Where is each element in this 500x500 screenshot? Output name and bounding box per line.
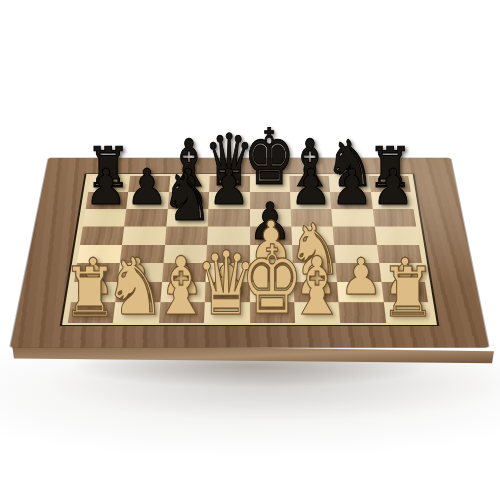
square-d8 (209, 176, 249, 192)
square-e6 (249, 209, 291, 226)
square-e4 (249, 244, 292, 263)
square-h6 (372, 209, 416, 226)
square-d5 (207, 226, 249, 244)
square-b7 (126, 192, 168, 209)
square-f6 (290, 209, 332, 226)
square-a1 (67, 302, 115, 323)
square-g2 (337, 282, 383, 302)
square-g4 (334, 244, 379, 263)
square-h8 (368, 176, 410, 192)
square-g8 (328, 176, 370, 192)
square-c3 (161, 263, 206, 282)
square-d7 (208, 192, 249, 209)
square-a7 (85, 192, 128, 209)
square-c8 (168, 176, 209, 192)
square-c5 (164, 226, 207, 244)
square-h5 (374, 226, 418, 244)
square-h7 (370, 192, 413, 209)
square-b6 (124, 209, 167, 226)
square-f5 (291, 226, 334, 244)
square-e2 (249, 282, 294, 302)
square-g1 (338, 302, 385, 323)
square-a2 (70, 282, 117, 302)
square-b2 (115, 282, 161, 302)
square-d6 (207, 209, 249, 226)
square-b3 (117, 263, 162, 282)
square-d1 (204, 302, 249, 323)
square-c4 (163, 244, 207, 263)
square-f8 (289, 176, 330, 192)
square-a3 (74, 263, 120, 282)
square-c2 (160, 282, 205, 302)
square-d2 (204, 282, 249, 302)
square-e7 (249, 192, 290, 209)
square-g6 (331, 209, 374, 226)
square-h1 (383, 302, 431, 323)
square-a8 (88, 176, 130, 192)
square-g3 (335, 263, 380, 282)
square-h4 (376, 244, 421, 263)
board-frame (10, 157, 489, 347)
square-c6 (166, 209, 208, 226)
square-b5 (122, 226, 166, 244)
square-f1 (294, 302, 340, 323)
board-border (59, 173, 439, 326)
chessboard-product-photo: ♜♝♛♚♝♞♜♟♟♟♟♟♟♟♞♟♟♞♟♟♟♟♟♟♟♜♞♝♛♚♝♜ (0, 0, 500, 500)
square-e5 (249, 226, 291, 244)
square-h3 (378, 263, 424, 282)
square-a6 (82, 209, 126, 226)
square-f7 (289, 192, 331, 209)
square-b4 (120, 244, 165, 263)
square-f3 (292, 263, 337, 282)
square-f2 (293, 282, 338, 302)
square-e8 (249, 176, 289, 192)
square-g7 (330, 192, 372, 209)
square-b8 (128, 176, 170, 192)
square-b1 (113, 302, 160, 323)
square-d4 (206, 244, 249, 263)
square-c7 (167, 192, 209, 209)
chess-board (67, 176, 431, 323)
square-a5 (80, 226, 124, 244)
square-d3 (205, 263, 249, 282)
square-e3 (249, 263, 293, 282)
square-h2 (381, 282, 428, 302)
square-f4 (291, 244, 335, 263)
square-e1 (249, 302, 294, 323)
square-g5 (332, 226, 376, 244)
square-c1 (158, 302, 204, 323)
square-a4 (77, 244, 122, 263)
